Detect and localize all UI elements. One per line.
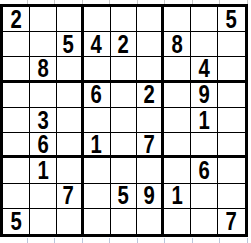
cell-r3c2[interactable]: 8: [30, 57, 57, 82]
cell-r2c8[interactable]: [191, 32, 218, 57]
cell-r8c6[interactable]: 9: [137, 184, 164, 209]
cell-r1c2[interactable]: [30, 7, 57, 32]
cell-r7c9[interactable]: [218, 158, 245, 183]
cell-r6c2[interactable]: 6: [30, 133, 57, 158]
cell-r7c1[interactable]: [3, 158, 30, 183]
cell-r9c6[interactable]: [137, 209, 164, 234]
cell-r6c1[interactable]: [3, 133, 30, 158]
cell-r1c5[interactable]: [111, 7, 138, 32]
given-digit: 6: [199, 158, 210, 183]
cell-r4c5[interactable]: [111, 83, 138, 108]
cell-r8c8[interactable]: [191, 184, 218, 209]
cell-r9c9[interactable]: 7: [218, 209, 245, 234]
given-digit: 1: [199, 108, 210, 133]
cell-r4c3[interactable]: [57, 83, 84, 108]
cell-r6c4[interactable]: 1: [84, 133, 111, 158]
cell-r4c4[interactable]: 6: [84, 83, 111, 108]
cell-r3c4[interactable]: [84, 57, 111, 82]
cell-r7c2[interactable]: 1: [30, 158, 57, 183]
cell-r6c3[interactable]: [57, 133, 84, 158]
cell-r7c8[interactable]: 6: [191, 158, 218, 183]
cell-r4c1[interactable]: [3, 83, 30, 108]
given-digit: 1: [37, 158, 48, 183]
cell-r3c9[interactable]: [218, 57, 245, 82]
given-digit: 2: [10, 7, 21, 32]
given-digit: 2: [118, 32, 129, 57]
given-digit: 7: [144, 133, 155, 158]
cell-r5c5[interactable]: [111, 108, 138, 133]
cell-r2c7[interactable]: 8: [164, 32, 191, 57]
cell-r5c2[interactable]: 3: [30, 108, 57, 133]
given-digit: 5: [10, 209, 21, 234]
cell-r7c6[interactable]: [137, 158, 164, 183]
cell-r9c5[interactable]: [111, 209, 138, 234]
cell-r1c6[interactable]: [137, 7, 164, 32]
cell-r8c5[interactable]: 5: [111, 184, 138, 209]
cell-r7c5[interactable]: [111, 158, 138, 183]
cell-r9c8[interactable]: [191, 209, 218, 234]
cell-r2c9[interactable]: [218, 32, 245, 57]
cell-r4c7[interactable]: [164, 83, 191, 108]
cell-r8c2[interactable]: [30, 184, 57, 209]
cell-r2c1[interactable]: [3, 32, 30, 57]
given-digit: 5: [63, 32, 74, 57]
cell-r6c8[interactable]: [191, 133, 218, 158]
cell-r6c5[interactable]: [111, 133, 138, 158]
cell-r2c6[interactable]: [137, 32, 164, 57]
cell-r9c4[interactable]: [84, 209, 111, 234]
cell-r1c3[interactable]: [57, 7, 84, 32]
cell-r6c6[interactable]: 7: [137, 133, 164, 158]
cell-r4c8[interactable]: 9: [191, 83, 218, 108]
cell-r5c6[interactable]: [137, 108, 164, 133]
cell-r1c8[interactable]: [191, 7, 218, 32]
given-digit: 1: [172, 184, 183, 209]
cell-r5c3[interactable]: [57, 108, 84, 133]
given-digit: 3: [37, 108, 48, 133]
given-digit: 4: [91, 32, 102, 57]
cell-r7c3[interactable]: [57, 158, 84, 183]
cell-r2c4[interactable]: 4: [84, 32, 111, 57]
given-digit: 6: [91, 83, 102, 108]
given-digit: 7: [226, 209, 237, 234]
given-digit: 2: [144, 83, 155, 108]
cell-r8c4[interactable]: [84, 184, 111, 209]
given-digit: 6: [37, 133, 48, 158]
given-digit: 8: [37, 57, 48, 82]
cell-r3c3[interactable]: [57, 57, 84, 82]
cell-r6c7[interactable]: [164, 133, 191, 158]
cell-r4c6[interactable]: 2: [137, 83, 164, 108]
cell-r3c1[interactable]: [3, 57, 30, 82]
given-digit: 1: [91, 133, 102, 158]
cell-r2c3[interactable]: 5: [57, 32, 84, 57]
bottom-margin-ticks: [0, 238, 248, 243]
given-digit: 9: [199, 83, 210, 108]
given-digit: 8: [172, 32, 183, 57]
cell-r3c5[interactable]: [111, 57, 138, 82]
cell-r3c6[interactable]: [137, 57, 164, 82]
given-digit: 9: [144, 184, 155, 209]
given-digit: 4: [199, 57, 210, 82]
cell-r8c7[interactable]: 1: [164, 184, 191, 209]
sudoku-page: 255428846293161716759157: [0, 0, 251, 243]
cell-r1c9[interactable]: 5: [218, 7, 245, 32]
cell-r9c7[interactable]: [164, 209, 191, 234]
cell-r1c4[interactable]: [84, 7, 111, 32]
cell-r2c5[interactable]: 2: [111, 32, 138, 57]
cell-r6c9[interactable]: [218, 133, 245, 158]
cell-r5c7[interactable]: [164, 108, 191, 133]
cell-r8c9[interactable]: [218, 184, 245, 209]
cell-r5c4[interactable]: [84, 108, 111, 133]
cell-r9c2[interactable]: [30, 209, 57, 234]
cell-r7c7[interactable]: [164, 158, 191, 183]
cell-r9c3[interactable]: [57, 209, 84, 234]
cell-r8c3[interactable]: 7: [57, 184, 84, 209]
cell-r4c2[interactable]: [30, 83, 57, 108]
cell-r1c7[interactable]: [164, 7, 191, 32]
cell-r5c1[interactable]: [3, 108, 30, 133]
cell-r2c2[interactable]: [30, 32, 57, 57]
cell-r1c1[interactable]: 2: [3, 7, 30, 32]
cell-r8c1[interactable]: [3, 184, 30, 209]
given-digit: 5: [226, 7, 237, 32]
given-digit: 7: [63, 184, 74, 209]
cell-r3c7[interactable]: [164, 57, 191, 82]
cell-r4c9[interactable]: [218, 83, 245, 108]
given-digit: 5: [118, 184, 129, 209]
cell-r9c1[interactable]: 5: [3, 209, 30, 234]
cell-r3c8[interactable]: 4: [191, 57, 218, 82]
cell-r7c4[interactable]: [84, 158, 111, 183]
cell-r5c8[interactable]: 1: [191, 108, 218, 133]
cell-r5c9[interactable]: [218, 108, 245, 133]
sudoku-board: 255428846293161716759157: [0, 4, 248, 237]
